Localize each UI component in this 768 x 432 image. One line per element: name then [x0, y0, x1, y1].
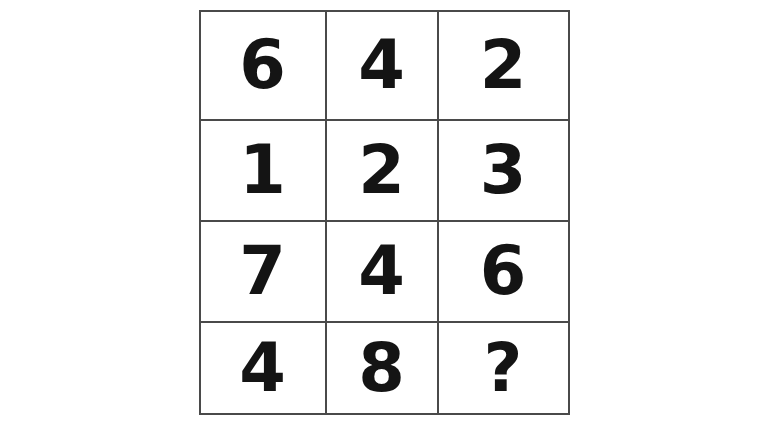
puzzle-canvas: 6 4 2 1 2 3 7 4 6 4 8 ?	[0, 10, 768, 432]
cell-value-r1c1: 6	[239, 32, 286, 99]
cell-value-r3c2: 4	[358, 238, 405, 305]
cell-value-r1c3: 2	[480, 32, 527, 99]
cell-r2c3: 3	[439, 121, 568, 220]
cell-r4c1: 4	[201, 323, 325, 413]
cell-r3c3: 6	[439, 222, 568, 321]
cell-r2c2: 2	[327, 121, 437, 220]
cell-value-r2c3: 3	[480, 137, 527, 204]
cell-value-r2c1: 1	[239, 137, 286, 204]
cell-r1c1: 6	[201, 12, 325, 119]
cell-value-r4c3: ?	[484, 335, 523, 402]
cell-r2c1: 1	[201, 121, 325, 220]
cell-value-r1c2: 4	[358, 32, 405, 99]
cell-value-r2c2: 2	[358, 137, 405, 204]
puzzle-grid: 6 4 2 1 2 3 7 4 6 4 8 ?	[199, 10, 570, 415]
cell-value-r4c2: 8	[358, 335, 405, 402]
cell-r3c2: 4	[327, 222, 437, 321]
cell-value-r3c1: 7	[239, 238, 286, 305]
cell-value-r4c1: 4	[239, 335, 286, 402]
cell-r1c3: 2	[439, 12, 568, 119]
cell-r4c3: ?	[439, 323, 568, 413]
cell-value-r3c3: 6	[480, 238, 527, 305]
cell-r3c1: 7	[201, 222, 325, 321]
cell-r4c2: 8	[327, 323, 437, 413]
cell-r1c2: 4	[327, 12, 437, 119]
